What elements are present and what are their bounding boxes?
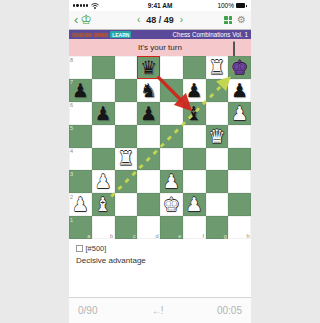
file-label: b: [110, 233, 113, 239]
black-bishop[interactable]: ♝: [186, 104, 203, 123]
brand-bar: CHESS KING LEARN Chess Combinations Vol.…: [69, 30, 251, 39]
square-a7[interactable]: 7♟: [69, 79, 92, 102]
square-b4[interactable]: [92, 148, 115, 171]
puzzle-id: [#500]: [86, 244, 107, 253]
takeback-icon[interactable]: ←!: [152, 305, 163, 316]
square-a8[interactable]: 8: [69, 56, 92, 79]
file-label: e: [178, 233, 181, 239]
black-pawn[interactable]: ♟: [95, 104, 112, 123]
square-f8[interactable]: [183, 56, 206, 79]
white-pawn[interactable]: ♟: [186, 195, 203, 214]
square-d1[interactable]: d: [137, 216, 160, 239]
settings-gear-button[interactable]: ⚙: [237, 15, 246, 25]
square-h6[interactable]: ♟: [228, 102, 251, 125]
file-label: a: [87, 233, 90, 239]
white-pawn[interactable]: ♟: [231, 104, 248, 123]
square-b7[interactable]: [92, 79, 115, 102]
square-b1[interactable]: b: [92, 216, 115, 239]
app-window: 9:41 AM 100% ‹ ♔ ‹ 48 / 49 › ⚙ CHESS KIN…: [69, 0, 251, 323]
course-title: Chess Combinations Vol. 1: [172, 31, 248, 38]
square-a2[interactable]: 2♟: [69, 193, 92, 216]
square-e8[interactable]: [160, 56, 183, 79]
file-label: d: [155, 233, 158, 239]
score-counter[interactable]: 0/90: [78, 305, 97, 316]
puzzle-counter[interactable]: 48 / 49: [146, 15, 174, 25]
next-puzzle-button[interactable]: ›: [180, 13, 183, 27]
learn-badge: LEARN: [110, 31, 131, 38]
file-label: h: [246, 233, 249, 239]
white-pawn[interactable]: ♟: [163, 172, 180, 191]
rank-label: 5: [70, 125, 73, 131]
back-button[interactable]: ‹: [74, 13, 78, 27]
bottom-toolbar: 0/90 ←! 00:05: [69, 297, 251, 323]
black-pawn[interactable]: ♟: [231, 81, 248, 100]
square-h7[interactable]: ♟: [228, 79, 251, 102]
white-bishop[interactable]: ♝: [95, 195, 112, 214]
square-c7[interactable]: [115, 79, 138, 102]
square-d3[interactable]: [137, 170, 160, 193]
square-a6[interactable]: 6: [69, 102, 92, 125]
rank-label: 8: [70, 57, 73, 63]
square-f3[interactable]: [183, 170, 206, 193]
black-knight[interactable]: ♞: [140, 81, 157, 100]
white-king[interactable]: ♚: [163, 195, 180, 214]
white-queen[interactable]: ♛: [208, 127, 225, 146]
white-pawn[interactable]: ♟: [72, 195, 89, 214]
square-d2[interactable]: [137, 193, 160, 216]
square-h1[interactable]: h: [228, 216, 251, 239]
square-e5[interactable]: [160, 125, 183, 148]
puzzle-info: [#500] Decisive advantage: [69, 239, 251, 299]
chess-king-logo-icon[interactable]: ♔: [80, 13, 92, 27]
computer-opponent-icon[interactable]: [233, 42, 246, 52]
turn-banner-text: It's your turn: [138, 43, 182, 52]
square-f5[interactable]: [183, 125, 206, 148]
checkbox-icon[interactable]: [76, 245, 83, 252]
square-e6[interactable]: [160, 102, 183, 125]
chess-board[interactable]: 8♛♜♚7♟♞♟♟6♟♟♝♟5♛4♜3♟♟2♟♝♚♟1abcdefgh: [69, 56, 251, 239]
chess-king-wordmark: CHESS KING: [72, 32, 108, 38]
puzzle-grid-button[interactable]: [224, 16, 232, 24]
square-e7[interactable]: [160, 79, 183, 102]
square-a5[interactable]: 5: [69, 125, 92, 148]
black-pawn[interactable]: ♟: [186, 81, 203, 100]
square-f6[interactable]: ♝: [183, 102, 206, 125]
prev-puzzle-button[interactable]: ‹: [137, 13, 140, 27]
square-d7[interactable]: ♞: [137, 79, 160, 102]
square-a1[interactable]: 1a: [69, 216, 92, 239]
square-b5[interactable]: [92, 125, 115, 148]
square-d8[interactable]: ♛: [137, 56, 160, 79]
square-f1[interactable]: f: [183, 216, 206, 239]
turn-banner: It's your turn: [69, 39, 251, 56]
white-rook[interactable]: ♜: [208, 58, 225, 77]
square-g4[interactable]: [206, 148, 229, 171]
square-c8[interactable]: [115, 56, 138, 79]
white-rook[interactable]: ♜: [117, 149, 134, 168]
square-h2[interactable]: [228, 193, 251, 216]
rank-label: 1: [70, 217, 73, 223]
square-b8[interactable]: [92, 56, 115, 79]
chess-board-area: 8♛♜♚7♟♞♟♟6♟♟♝♟5♛4♜3♟♟2♟♝♚♟1abcdefgh: [69, 56, 251, 239]
puzzle-goal: Decisive advantage: [76, 256, 244, 265]
black-king-cartoon[interactable]: ♚: [231, 58, 248, 77]
square-e1[interactable]: e: [160, 216, 183, 239]
file-label: g: [224, 233, 227, 239]
square-g8[interactable]: ♜: [206, 56, 229, 79]
black-pawn[interactable]: ♟: [140, 104, 157, 123]
square-g3[interactable]: [206, 170, 229, 193]
square-c2[interactable]: [115, 193, 138, 216]
square-d4[interactable]: [137, 148, 160, 171]
square-f2[interactable]: ♟: [183, 193, 206, 216]
square-f4[interactable]: [183, 148, 206, 171]
square-g6[interactable]: [206, 102, 229, 125]
black-pawn[interactable]: ♟: [72, 81, 89, 100]
square-c5[interactable]: [115, 125, 138, 148]
square-b6[interactable]: ♟: [92, 102, 115, 125]
square-d6[interactable]: ♟: [137, 102, 160, 125]
file-label: f: [202, 233, 204, 239]
navigation-bar: ‹ ♔ ‹ 48 / 49 › ⚙: [69, 11, 251, 30]
rank-label: 6: [70, 102, 73, 108]
square-h3[interactable]: [228, 170, 251, 193]
rank-label: 4: [70, 148, 73, 154]
clock-time: 9:41 AM: [69, 2, 251, 9]
square-b3[interactable]: ♟: [92, 170, 115, 193]
square-c6[interactable]: [115, 102, 138, 125]
square-g7[interactable]: [206, 79, 229, 102]
square-c3[interactable]: [115, 170, 138, 193]
square-a4[interactable]: 4: [69, 148, 92, 171]
square-b2[interactable]: ♝: [92, 193, 115, 216]
square-h4[interactable]: [228, 148, 251, 171]
status-bar: 9:41 AM 100%: [69, 0, 251, 11]
square-f7[interactable]: ♟: [183, 79, 206, 102]
square-c4[interactable]: ♜: [115, 148, 138, 171]
square-c1[interactable]: c: [115, 216, 138, 239]
square-e4[interactable]: [160, 148, 183, 171]
square-h8[interactable]: ♚: [228, 56, 251, 79]
rank-label: 3: [70, 171, 73, 177]
square-d5[interactable]: [137, 125, 160, 148]
square-e3[interactable]: ♟: [160, 170, 183, 193]
square-h5[interactable]: [228, 125, 251, 148]
black-queen[interactable]: ♛: [140, 58, 157, 77]
file-label: c: [133, 233, 136, 239]
timer[interactable]: 00:05: [217, 305, 242, 316]
white-pawn[interactable]: ♟: [95, 172, 112, 191]
square-a3[interactable]: 3: [69, 170, 92, 193]
square-g1[interactable]: g: [206, 216, 229, 239]
square-g2[interactable]: [206, 193, 229, 216]
square-g5[interactable]: ♛: [206, 125, 229, 148]
square-e2[interactable]: ♚: [160, 193, 183, 216]
